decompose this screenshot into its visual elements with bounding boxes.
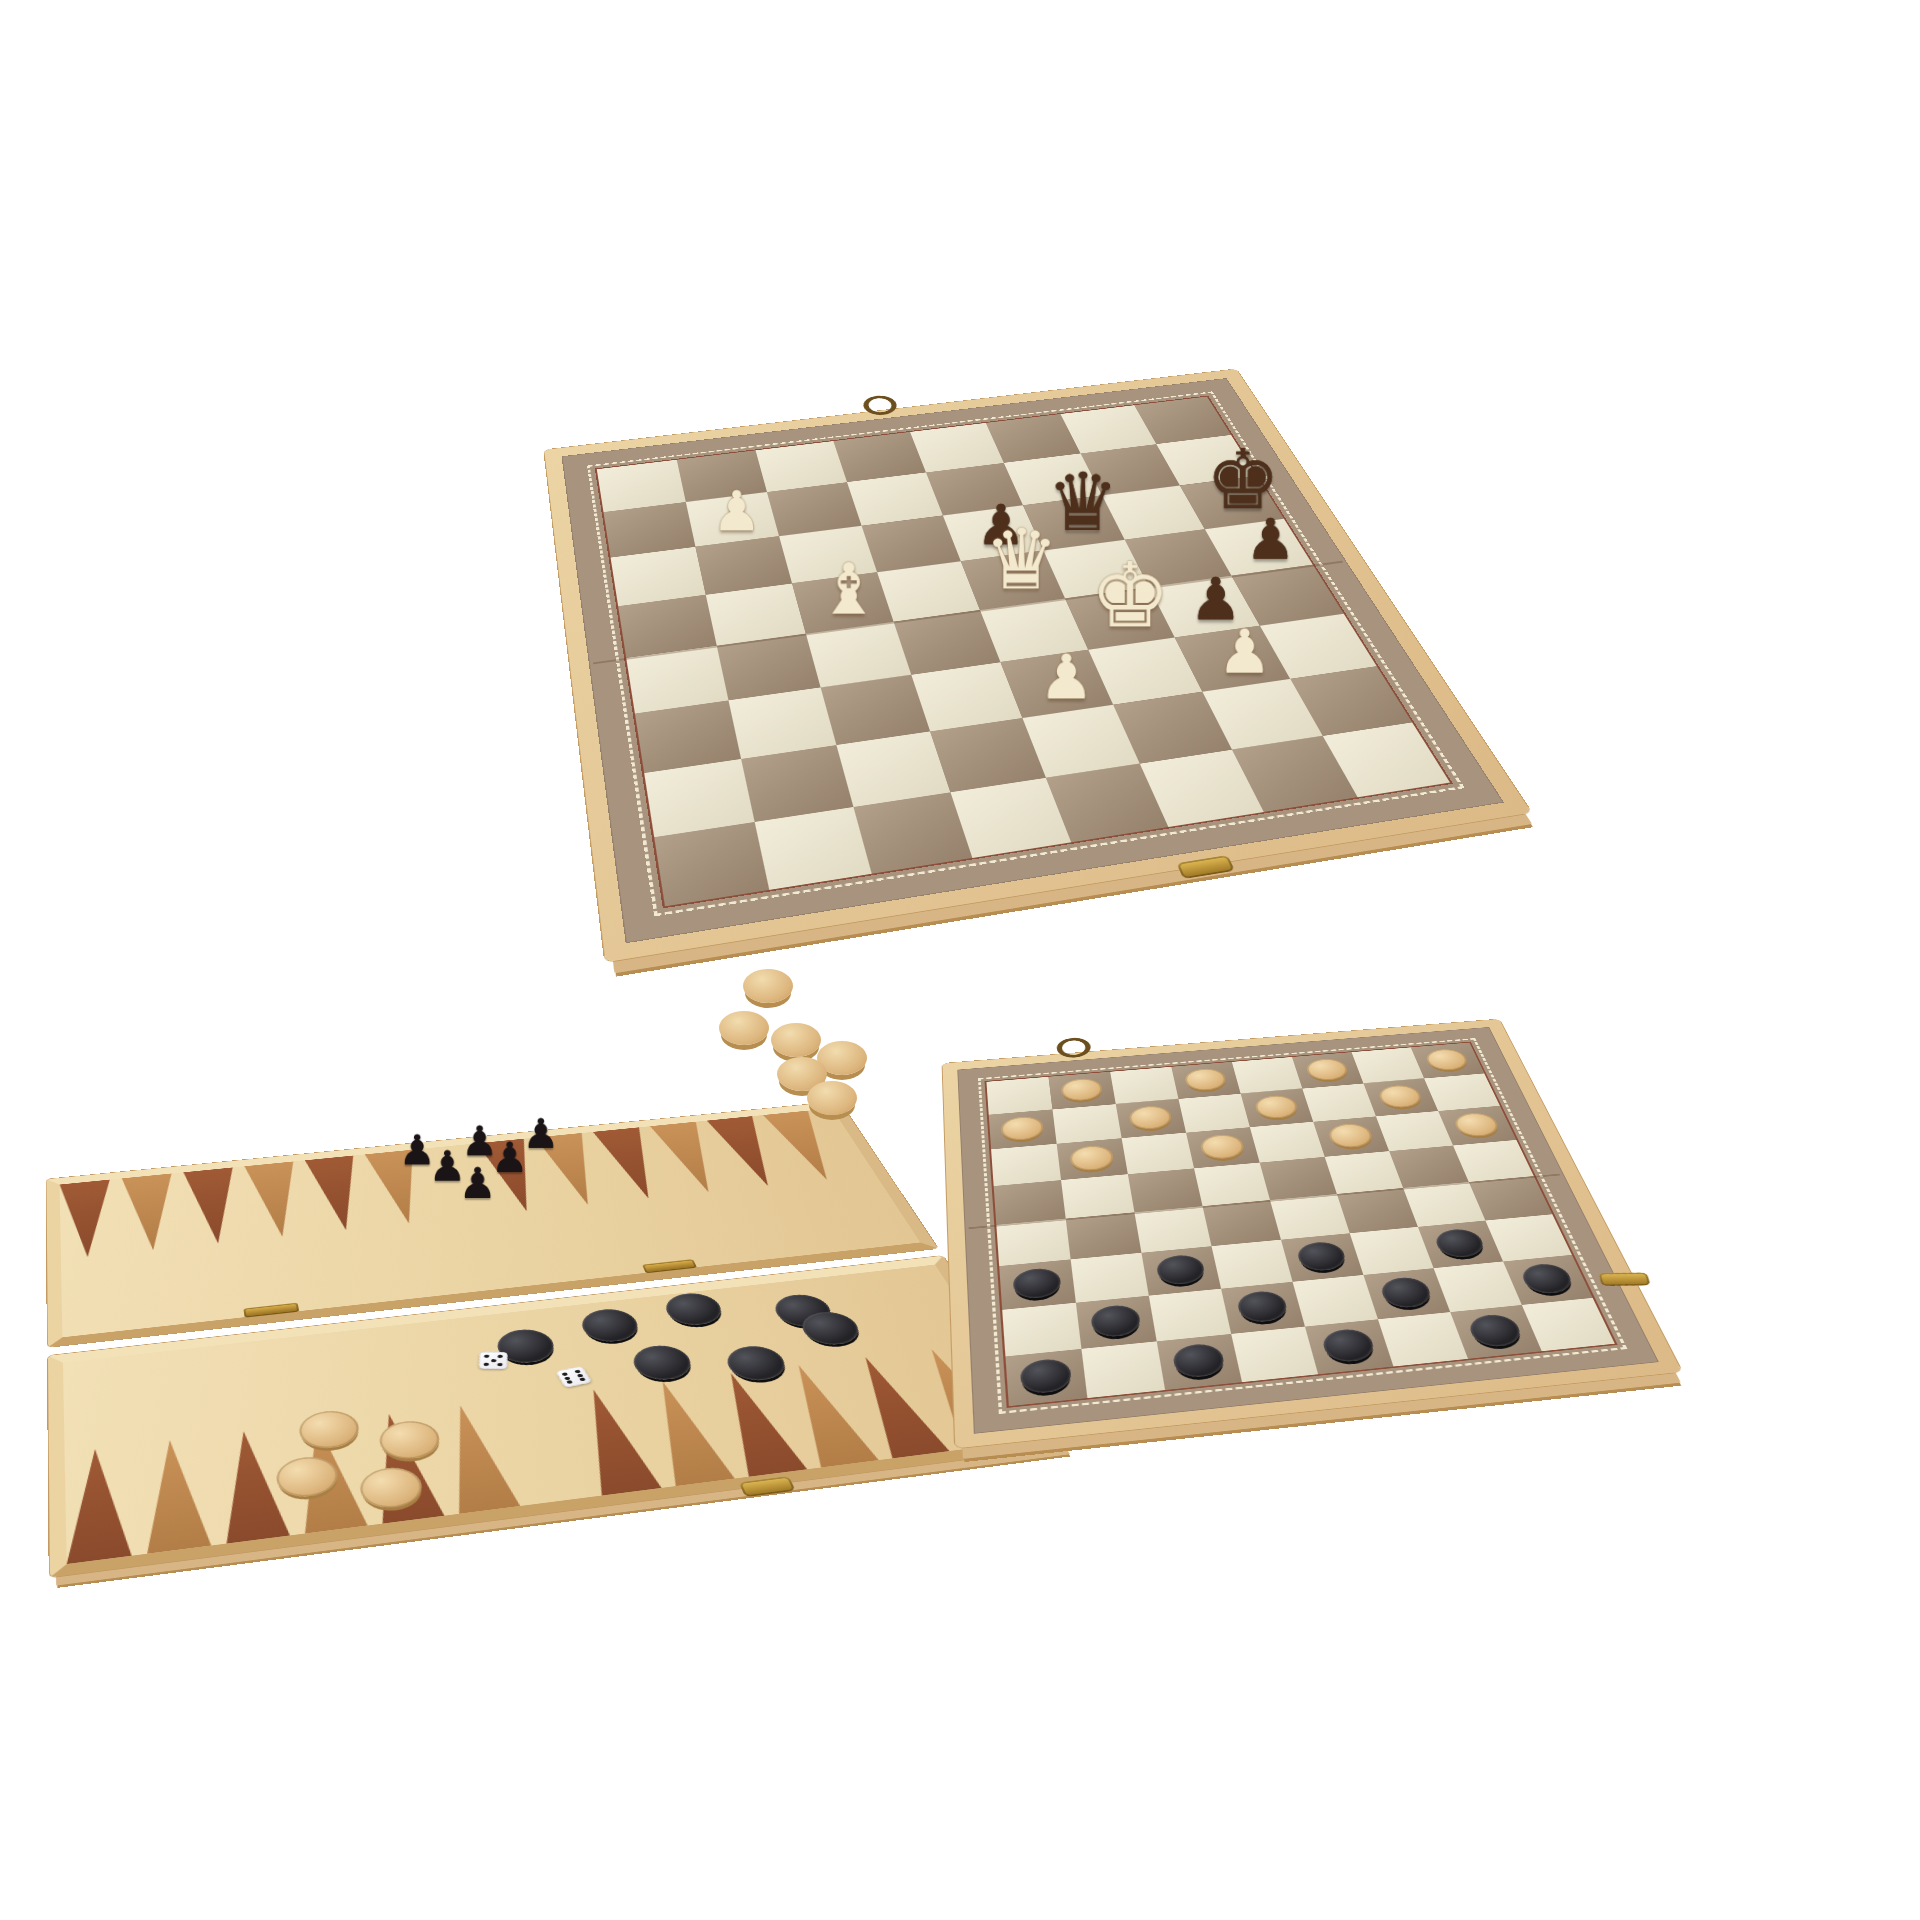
loose-checker-light <box>719 1011 769 1045</box>
product-photo-canvas: ♟♟♛♚♝♛♟♚♟♟♟ ♟♟♟♟♟♟ <box>0 0 1920 1920</box>
loose-checker-light <box>743 969 793 1003</box>
loose-pieces-layer <box>0 0 1920 1920</box>
loose-checker-light <box>771 1023 821 1057</box>
loose-checker-light <box>807 1081 857 1115</box>
